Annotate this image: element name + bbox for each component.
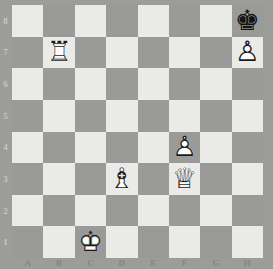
square-g1[interactable] (200, 226, 231, 258)
chess-board-diagram: ♚♜♖♟♙♟♙♝♗♛♕♚♔ 87654321ABCDEFGH (0, 0, 273, 269)
square-e4[interactable] (138, 132, 169, 164)
rank-label-3: 3 (0, 163, 11, 195)
piece-white-pawn[interactable]: ♟♙ (232, 37, 263, 69)
square-d7[interactable] (106, 37, 137, 69)
file-label-a: A (12, 257, 43, 269)
rank-label-1: 1 (0, 226, 11, 258)
square-c8[interactable] (75, 5, 106, 37)
square-d1[interactable] (106, 226, 137, 258)
pawn-glyph-outline: ♙ (169, 132, 200, 164)
bishop-glyph-fill: ♝ (106, 163, 137, 195)
file-label-f: F (169, 257, 200, 269)
square-h3[interactable] (232, 163, 263, 195)
square-d5[interactable] (106, 100, 137, 132)
square-d2[interactable] (106, 195, 137, 227)
queen-glyph-fill: ♛ (169, 163, 200, 195)
file-label-h: H (232, 257, 263, 269)
square-f4[interactable]: ♟♙ (169, 132, 200, 164)
rank-label-7: 7 (0, 37, 11, 69)
piece-white-king[interactable]: ♚♔ (75, 226, 106, 258)
square-e3[interactable] (138, 163, 169, 195)
square-g4[interactable] (200, 132, 231, 164)
square-c6[interactable] (75, 68, 106, 100)
file-label-b: B (43, 257, 74, 269)
file-label-c: C (75, 257, 106, 269)
rank-label-5: 5 (0, 100, 11, 132)
square-f1[interactable] (169, 226, 200, 258)
square-b1[interactable] (43, 226, 74, 258)
square-a4[interactable] (12, 132, 43, 164)
square-f7[interactable] (169, 37, 200, 69)
square-e2[interactable] (138, 195, 169, 227)
square-e6[interactable] (138, 68, 169, 100)
square-f3[interactable]: ♛♕ (169, 163, 200, 195)
square-h6[interactable] (232, 68, 263, 100)
square-f6[interactable] (169, 68, 200, 100)
square-g7[interactable] (200, 37, 231, 69)
square-g8[interactable] (200, 5, 231, 37)
square-d3[interactable]: ♝♗ (106, 163, 137, 195)
square-c2[interactable] (75, 195, 106, 227)
square-d4[interactable] (106, 132, 137, 164)
file-label-g: G (200, 257, 231, 269)
piece-white-rook[interactable]: ♜♖ (43, 37, 74, 69)
pawn-glyph-outline: ♙ (232, 37, 263, 69)
rook-glyph-outline: ♖ (43, 37, 74, 69)
square-g6[interactable] (200, 68, 231, 100)
square-d6[interactable] (106, 68, 137, 100)
square-f8[interactable] (169, 5, 200, 37)
square-f2[interactable] (169, 195, 200, 227)
square-a6[interactable] (12, 68, 43, 100)
square-c4[interactable] (75, 132, 106, 164)
pawn-glyph-fill: ♟ (232, 37, 263, 69)
square-h7[interactable]: ♟♙ (232, 37, 263, 69)
square-e8[interactable] (138, 5, 169, 37)
rank-label-8: 8 (0, 5, 11, 37)
square-c5[interactable] (75, 100, 106, 132)
square-a5[interactable] (12, 100, 43, 132)
square-e5[interactable] (138, 100, 169, 132)
file-label-e: E (138, 257, 169, 269)
square-h1[interactable] (232, 226, 263, 258)
square-a2[interactable] (12, 195, 43, 227)
square-c1[interactable]: ♚♔ (75, 226, 106, 258)
square-c7[interactable] (75, 37, 106, 69)
square-a8[interactable] (12, 5, 43, 37)
square-b3[interactable] (43, 163, 74, 195)
queen-glyph-outline: ♕ (169, 163, 200, 195)
square-a7[interactable] (12, 37, 43, 69)
square-e1[interactable] (138, 226, 169, 258)
rook-glyph-fill: ♜ (43, 37, 74, 69)
square-b4[interactable] (43, 132, 74, 164)
rank-label-4: 4 (0, 132, 11, 164)
square-g3[interactable] (200, 163, 231, 195)
square-b5[interactable] (43, 100, 74, 132)
piece-white-queen[interactable]: ♛♕ (169, 163, 200, 195)
square-g5[interactable] (200, 100, 231, 132)
square-f5[interactable] (169, 100, 200, 132)
piece-white-pawn[interactable]: ♟♙ (169, 132, 200, 164)
square-b7[interactable]: ♜♖ (43, 37, 74, 69)
square-g2[interactable] (200, 195, 231, 227)
piece-black-king[interactable]: ♚ (232, 5, 263, 37)
pawn-glyph-fill: ♟ (169, 132, 200, 164)
square-b2[interactable] (43, 195, 74, 227)
square-h4[interactable] (232, 132, 263, 164)
square-a3[interactable] (12, 163, 43, 195)
square-e7[interactable] (138, 37, 169, 69)
bishop-glyph-outline: ♗ (106, 163, 137, 195)
square-a1[interactable] (12, 226, 43, 258)
king-glyph-fill: ♚ (75, 226, 106, 258)
rank-label-2: 2 (0, 195, 11, 227)
square-h8[interactable]: ♚ (232, 5, 263, 37)
square-b6[interactable] (43, 68, 74, 100)
square-h2[interactable] (232, 195, 263, 227)
king-glyph: ♚ (232, 5, 263, 37)
square-c3[interactable] (75, 163, 106, 195)
square-d8[interactable] (106, 5, 137, 37)
square-b8[interactable] (43, 5, 74, 37)
square-h5[interactable] (232, 100, 263, 132)
piece-white-bishop[interactable]: ♝♗ (106, 163, 137, 195)
king-glyph-outline: ♔ (75, 226, 106, 258)
rank-label-6: 6 (0, 68, 11, 100)
chess-board: ♚♜♖♟♙♟♙♝♗♛♕♚♔ (12, 5, 263, 258)
file-label-d: D (106, 257, 137, 269)
